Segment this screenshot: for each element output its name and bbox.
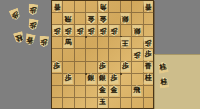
board-cell[interactable] <box>121 1 132 13</box>
board-cell[interactable] <box>132 98 143 109</box>
board-cell[interactable] <box>109 98 120 109</box>
board-cell[interactable] <box>52 49 63 61</box>
board-cell[interactable] <box>75 49 86 61</box>
board-cell[interactable] <box>132 1 143 13</box>
shogi-piece-歩-white[interactable]: 歩 <box>8 7 21 21</box>
board-cell[interactable] <box>121 98 132 109</box>
board-cell[interactable] <box>75 98 86 109</box>
shogi-piece-香-white[interactable]: 香 <box>24 33 36 46</box>
board-cell[interactable] <box>109 49 120 61</box>
board-cell[interactable] <box>63 1 74 13</box>
board-cell[interactable] <box>86 1 97 13</box>
star-point <box>120 73 122 75</box>
board-cell[interactable] <box>52 13 63 25</box>
board-cell[interactable] <box>63 98 74 109</box>
board-cell[interactable] <box>109 13 120 25</box>
board-cell[interactable] <box>86 37 97 49</box>
board-cell[interactable] <box>121 74 132 86</box>
board-cell[interactable] <box>121 25 132 37</box>
board-cell[interactable] <box>98 49 109 61</box>
board-cell[interactable] <box>86 86 97 98</box>
board-cell[interactable] <box>86 98 97 109</box>
board-cell[interactable] <box>52 74 63 86</box>
board-cell[interactable] <box>144 25 155 37</box>
board-cell[interactable] <box>144 13 155 25</box>
board-cell[interactable] <box>63 49 74 61</box>
board-cell[interactable] <box>52 86 63 98</box>
board-cell[interactable] <box>132 74 143 86</box>
shogi-app-window: 香角香飛金金銀歩歩歩歩歩歩銀馬王歩歩歩歩歩歩香歩銀銀歩桂金金飛玉歩歩歩桂香歩桂桂 <box>0 0 200 109</box>
board-cell[interactable] <box>75 86 86 98</box>
board-cell[interactable] <box>86 62 97 74</box>
board-cell[interactable] <box>121 86 132 98</box>
board-cell[interactable] <box>75 13 86 25</box>
board-cell[interactable] <box>75 1 86 13</box>
board-cell[interactable] <box>109 62 120 74</box>
board-cell[interactable] <box>98 37 109 49</box>
board-cell[interactable] <box>109 1 120 13</box>
shogi-piece-桂-white[interactable]: 桂 <box>12 31 25 44</box>
board-cell[interactable] <box>63 62 74 74</box>
board-cell[interactable] <box>132 37 143 49</box>
board-cell[interactable] <box>52 37 63 49</box>
board-cell[interactable] <box>75 62 86 74</box>
board-cell[interactable] <box>109 37 120 49</box>
board-cell[interactable] <box>86 49 97 61</box>
board-cell[interactable] <box>121 49 132 61</box>
board-cell[interactable] <box>52 98 63 109</box>
board-cell[interactable] <box>132 62 143 74</box>
shogi-piece-歩-white[interactable]: 歩 <box>27 18 39 31</box>
board-cell[interactable] <box>132 13 143 25</box>
board-cell[interactable] <box>63 86 74 98</box>
shogi-piece-歩-white[interactable]: 歩 <box>38 35 49 47</box>
shogi-piece-歩-white[interactable]: 歩 <box>27 3 38 15</box>
board-cell[interactable] <box>75 37 86 49</box>
board-cell[interactable] <box>75 74 86 86</box>
